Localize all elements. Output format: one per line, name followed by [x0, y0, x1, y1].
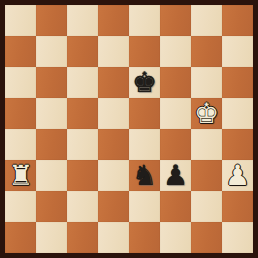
- square-d7[interactable]: [98, 36, 129, 67]
- chess-board: ♚♚♜♞♟♟: [5, 5, 253, 253]
- square-b8[interactable]: [36, 5, 67, 36]
- square-b4[interactable]: [36, 129, 67, 160]
- square-f8[interactable]: [160, 5, 191, 36]
- square-b5[interactable]: [36, 98, 67, 129]
- square-h3[interactable]: ♟: [222, 160, 253, 191]
- square-c2[interactable]: [67, 191, 98, 222]
- square-g3[interactable]: [191, 160, 222, 191]
- square-e6[interactable]: ♚: [129, 67, 160, 98]
- square-a4[interactable]: [5, 129, 36, 160]
- chess-board-frame: ♚♚♜♞♟♟: [0, 0, 258, 258]
- square-a1[interactable]: [5, 222, 36, 253]
- square-c4[interactable]: [67, 129, 98, 160]
- square-f6[interactable]: [160, 67, 191, 98]
- square-d8[interactable]: [98, 5, 129, 36]
- square-c5[interactable]: [67, 98, 98, 129]
- square-a7[interactable]: [5, 36, 36, 67]
- square-b1[interactable]: [36, 222, 67, 253]
- square-g7[interactable]: [191, 36, 222, 67]
- square-h2[interactable]: [222, 191, 253, 222]
- square-e3[interactable]: ♞: [129, 160, 160, 191]
- square-h5[interactable]: [222, 98, 253, 129]
- square-f3[interactable]: ♟: [160, 160, 191, 191]
- square-b6[interactable]: [36, 67, 67, 98]
- black-king-piece[interactable]: ♚: [129, 67, 160, 98]
- white-pawn-piece[interactable]: ♟: [222, 160, 253, 191]
- square-f7[interactable]: [160, 36, 191, 67]
- square-e1[interactable]: [129, 222, 160, 253]
- square-e8[interactable]: [129, 5, 160, 36]
- square-a8[interactable]: [5, 5, 36, 36]
- square-c8[interactable]: [67, 5, 98, 36]
- square-h1[interactable]: [222, 222, 253, 253]
- square-e2[interactable]: [129, 191, 160, 222]
- square-d1[interactable]: [98, 222, 129, 253]
- square-a2[interactable]: [5, 191, 36, 222]
- square-e4[interactable]: [129, 129, 160, 160]
- black-pawn-piece[interactable]: ♟: [160, 160, 191, 191]
- square-d2[interactable]: [98, 191, 129, 222]
- square-c6[interactable]: [67, 67, 98, 98]
- square-d5[interactable]: [98, 98, 129, 129]
- square-f2[interactable]: [160, 191, 191, 222]
- square-d3[interactable]: [98, 160, 129, 191]
- square-g4[interactable]: [191, 129, 222, 160]
- square-b7[interactable]: [36, 36, 67, 67]
- white-rook-piece[interactable]: ♜: [5, 160, 36, 191]
- white-king-piece[interactable]: ♚: [191, 98, 222, 129]
- square-c7[interactable]: [67, 36, 98, 67]
- square-h6[interactable]: [222, 67, 253, 98]
- square-h8[interactable]: [222, 5, 253, 36]
- square-f4[interactable]: [160, 129, 191, 160]
- square-c1[interactable]: [67, 222, 98, 253]
- square-h4[interactable]: [222, 129, 253, 160]
- square-g1[interactable]: [191, 222, 222, 253]
- black-knight-piece[interactable]: ♞: [129, 160, 160, 191]
- square-c3[interactable]: [67, 160, 98, 191]
- square-b2[interactable]: [36, 191, 67, 222]
- square-d4[interactable]: [98, 129, 129, 160]
- square-e5[interactable]: [129, 98, 160, 129]
- square-g6[interactable]: [191, 67, 222, 98]
- square-d6[interactable]: [98, 67, 129, 98]
- square-b3[interactable]: [36, 160, 67, 191]
- square-a6[interactable]: [5, 67, 36, 98]
- square-a3[interactable]: ♜: [5, 160, 36, 191]
- square-a5[interactable]: [5, 98, 36, 129]
- square-h7[interactable]: [222, 36, 253, 67]
- square-g5[interactable]: ♚: [191, 98, 222, 129]
- square-g8[interactable]: [191, 5, 222, 36]
- square-g2[interactable]: [191, 191, 222, 222]
- square-f1[interactable]: [160, 222, 191, 253]
- square-f5[interactable]: [160, 98, 191, 129]
- square-e7[interactable]: [129, 36, 160, 67]
